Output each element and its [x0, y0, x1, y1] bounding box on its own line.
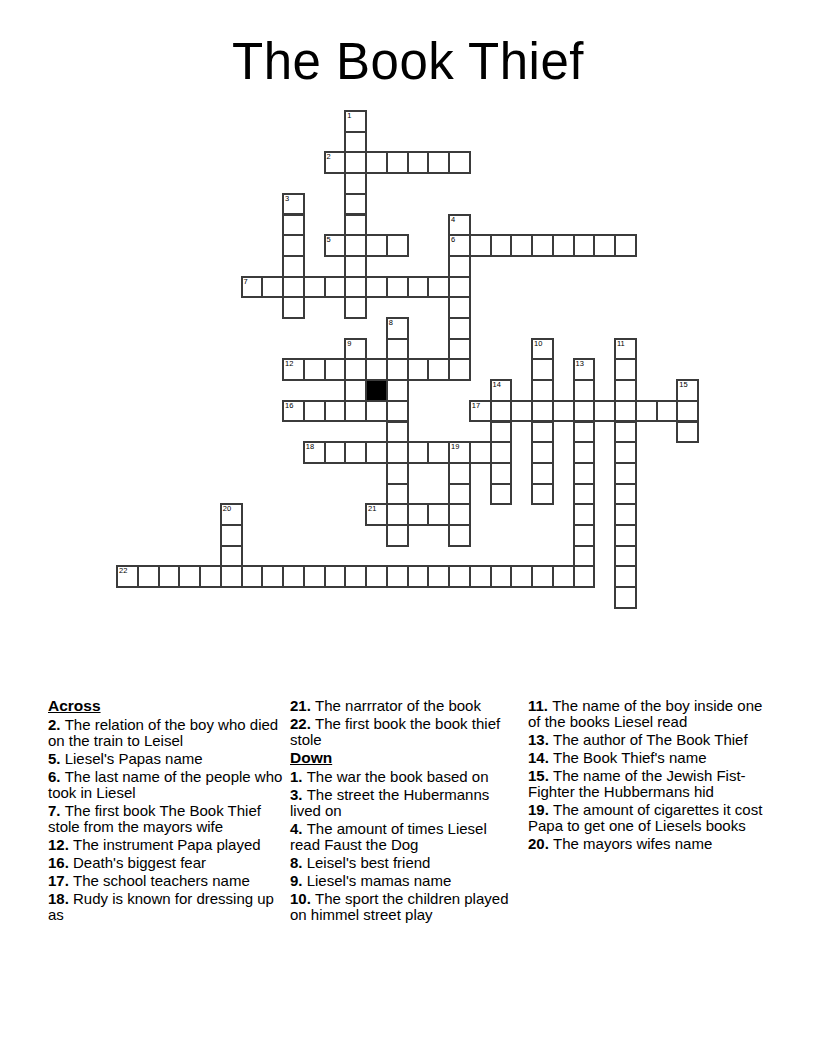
clue-number-13: 13: [576, 359, 584, 368]
grid-cell[interactable]: [531, 483, 554, 506]
clue-number-16: 16: [285, 401, 293, 410]
grid-cell[interactable]: [303, 565, 326, 588]
grid-cell[interactable]: 10: [531, 338, 554, 361]
grid-cell[interactable]: [407, 503, 430, 526]
clue-number-10: 10: [534, 339, 542, 348]
grid-cell[interactable]: [531, 358, 554, 381]
grid-cell[interactable]: [676, 421, 699, 444]
clue-number-label: 12.: [48, 836, 73, 853]
grid-cell[interactable]: [510, 565, 533, 588]
clue-number-1: 1: [347, 111, 351, 120]
grid-cell[interactable]: [469, 565, 492, 588]
clue-number-22: 22: [119, 566, 127, 575]
clue-down-9: 9. Liesel's mamas name: [290, 873, 518, 889]
grid-cell[interactable]: [573, 524, 596, 547]
grid-cell[interactable]: 6: [448, 234, 471, 257]
grid-cell[interactable]: [448, 565, 471, 588]
grid-cell[interactable]: [282, 276, 305, 299]
grid-cell[interactable]: [427, 565, 450, 588]
grid-cell[interactable]: [386, 276, 409, 299]
grid-cell[interactable]: 20: [220, 503, 243, 526]
clue-across-2: 2. The relation of the boy who died on t…: [48, 717, 286, 749]
grid-cell[interactable]: [178, 565, 201, 588]
grid-cell[interactable]: [469, 234, 492, 257]
grid-cell[interactable]: [448, 296, 471, 319]
grid-cell[interactable]: [448, 524, 471, 547]
clue-number-label: 13.: [528, 731, 553, 748]
grid-cell[interactable]: [573, 400, 596, 423]
clues-column-3: 11. The name of the boy inside one of th…: [528, 698, 770, 854]
grid-cell[interactable]: [614, 524, 637, 547]
grid-cell[interactable]: [324, 276, 347, 299]
grid-cell[interactable]: [261, 565, 284, 588]
clue-down-19: 19. The amount of cigarettes it cost Pap…: [528, 802, 770, 834]
clue-across-21: 21. The narrrator of the book: [290, 698, 518, 714]
grid-cell[interactable]: [614, 586, 637, 609]
clue-number-18: 18: [306, 442, 314, 451]
clue-number-2: 2: [327, 152, 331, 161]
grid-cell[interactable]: [552, 234, 575, 257]
clue-number-label: 22.: [290, 715, 315, 732]
grid-cell[interactable]: [448, 317, 471, 340]
clue-number-label: 1.: [290, 768, 307, 785]
grid-cell[interactable]: [593, 234, 616, 257]
grid-cell[interactable]: [469, 441, 492, 464]
clue-down-1: 1. The war the book based on: [290, 769, 518, 785]
clue-across-16: 16. Death's biggest fear: [48, 855, 286, 871]
grid-cell[interactable]: [365, 234, 388, 257]
grid-cell[interactable]: 5: [324, 234, 347, 257]
grid-cell[interactable]: [365, 276, 388, 299]
grid-cell[interactable]: [365, 565, 388, 588]
grid-cell[interactable]: 1: [344, 110, 367, 133]
grid-cell[interactable]: [614, 400, 637, 423]
grid-cell[interactable]: [448, 503, 471, 526]
clue-down-3: 3. The street the Hubermanns lived on: [290, 787, 518, 819]
grid-cell[interactable]: [552, 400, 575, 423]
grid-cell[interactable]: [614, 545, 637, 568]
grid-cell[interactable]: [386, 421, 409, 444]
grid-cell[interactable]: [282, 255, 305, 278]
grid-cell[interactable]: [490, 483, 513, 506]
clue-number-label: 11.: [528, 697, 552, 714]
grid-cell[interactable]: 21: [365, 503, 388, 526]
grid-cell[interactable]: [344, 276, 367, 299]
grid-cell[interactable]: [365, 151, 388, 174]
grid-cell[interactable]: 9: [344, 338, 367, 361]
clue-across-7: 7. The first book The Book Thief stole f…: [48, 803, 286, 835]
grid-cell[interactable]: [490, 441, 513, 464]
grid-cell[interactable]: [427, 441, 450, 464]
grid-cell[interactable]: [635, 400, 658, 423]
grid-cell[interactable]: [386, 503, 409, 526]
black-cell: [365, 379, 388, 402]
grid-cell[interactable]: [448, 255, 471, 278]
clue-across-12: 12. The instrument Papa played: [48, 837, 286, 853]
grid-cell[interactable]: [448, 483, 471, 506]
clue-number-17: 17: [472, 401, 480, 410]
grid-cell[interactable]: [344, 400, 367, 423]
clue-down-15: 15. The name of the Jewish Fist-Fighter …: [528, 768, 770, 800]
grid-cell[interactable]: [614, 358, 637, 381]
grid-cell[interactable]: [656, 400, 679, 423]
grid-cell[interactable]: [490, 400, 513, 423]
clue-number-label: 19.: [528, 801, 553, 818]
clue-number-label: 10.: [290, 890, 315, 907]
grid-cell[interactable]: [614, 483, 637, 506]
clue-down-8: 8. Leisel's best friend: [290, 855, 518, 871]
grid-cell[interactable]: [614, 503, 637, 526]
clue-number-label: 14.: [528, 749, 553, 766]
grid-cell[interactable]: [344, 441, 367, 464]
clue-number-20: 20: [223, 504, 231, 513]
grid-cell[interactable]: [552, 565, 575, 588]
grid-cell[interactable]: 16: [282, 400, 305, 423]
grid-cell[interactable]: [407, 151, 430, 174]
grid-cell[interactable]: [614, 462, 637, 485]
grid-cell[interactable]: [324, 400, 347, 423]
clue-number-6: 6: [451, 235, 455, 244]
grid-cell[interactable]: [365, 400, 388, 423]
grid-cell[interactable]: [386, 338, 409, 361]
grid-cell[interactable]: 2: [324, 151, 347, 174]
across-header: Across: [48, 698, 286, 714]
grid-cell[interactable]: [407, 358, 430, 381]
grid-cell[interactable]: [324, 565, 347, 588]
grid-cell[interactable]: [573, 483, 596, 506]
page-title: The Book Thief: [0, 34, 816, 90]
grid-cell[interactable]: [344, 358, 367, 381]
clue-across-18: 18. Rudy is known for dressing up as: [48, 891, 286, 923]
clue-number-15: 15: [679, 380, 687, 389]
clue-number-label: 6.: [48, 768, 65, 785]
grid-cell[interactable]: [303, 358, 326, 381]
grid-cell[interactable]: [282, 234, 305, 257]
grid-cell[interactable]: [344, 151, 367, 174]
grid-cell[interactable]: [614, 441, 637, 464]
clue-number-7: 7: [244, 277, 248, 286]
grid-cell[interactable]: [344, 255, 367, 278]
grid-cell[interactable]: [220, 524, 243, 547]
grid-cell[interactable]: 3: [282, 193, 305, 216]
grid-cell[interactable]: [573, 421, 596, 444]
grid-cell[interactable]: [531, 441, 554, 464]
grid-cell[interactable]: 15: [676, 379, 699, 402]
grid-cell[interactable]: [344, 565, 367, 588]
grid-cell[interactable]: [365, 441, 388, 464]
grid-cell[interactable]: 14: [490, 379, 513, 402]
clue-number-label: 15.: [528, 767, 553, 784]
grid-cell[interactable]: [448, 276, 471, 299]
clue-number-21: 21: [368, 504, 376, 513]
grid-cell[interactable]: [386, 234, 409, 257]
grid-cell[interactable]: [676, 400, 699, 423]
grid-cell[interactable]: [282, 565, 305, 588]
grid-cell[interactable]: 7: [241, 276, 264, 299]
grid-cell[interactable]: [614, 565, 637, 588]
grid-cell[interactable]: [137, 565, 160, 588]
clue-down-20: 20. The mayors wifes name: [528, 836, 770, 852]
grid-cell[interactable]: [448, 462, 471, 485]
clue-number-label: 3.: [290, 786, 307, 803]
grid-cell[interactable]: [531, 234, 554, 257]
clue-down-13: 13. The author of The Book Thief: [528, 732, 770, 748]
clue-number-9: 9: [347, 339, 351, 348]
grid-cell[interactable]: [614, 234, 637, 257]
grid-cell[interactable]: [324, 441, 347, 464]
grid-cell[interactable]: [490, 462, 513, 485]
clue-number-12: 12: [285, 359, 293, 368]
grid-cell[interactable]: [365, 358, 388, 381]
clue-number-label: 16.: [48, 854, 73, 871]
clue-number-label: 7.: [48, 802, 65, 819]
clue-number-label: 4.: [290, 820, 307, 837]
clue-across-17: 17. The school teachers name: [48, 873, 286, 889]
clue-number-11: 11: [617, 339, 625, 348]
clue-number-8: 8: [389, 318, 393, 327]
grid-cell[interactable]: [510, 400, 533, 423]
clue-number-label: 8.: [290, 854, 307, 871]
grid-cell[interactable]: [573, 565, 596, 588]
clue-down-11: 11. The name of the boy inside one of th…: [528, 698, 770, 730]
grid-cell[interactable]: [573, 234, 596, 257]
clue-number-4: 4: [451, 215, 455, 224]
clue-number-3: 3: [285, 194, 289, 203]
grid-cell[interactable]: [386, 483, 409, 506]
grid-cell[interactable]: [344, 296, 367, 319]
clue-number-label: 17.: [48, 872, 73, 889]
grid-cell[interactable]: [220, 545, 243, 568]
clue-down-14: 14. The Book Thief's name: [528, 750, 770, 766]
clue-number-label: 2.: [48, 716, 65, 733]
grid-cell[interactable]: [407, 441, 430, 464]
grid-cell[interactable]: [573, 441, 596, 464]
grid-cell[interactable]: [386, 151, 409, 174]
clues-column-1: Across2. The relation of the boy who die…: [48, 698, 286, 925]
grid-cell[interactable]: [573, 379, 596, 402]
grid-cell[interactable]: [531, 462, 554, 485]
grid-cell[interactable]: [344, 131, 367, 154]
grid-cell[interactable]: 17: [469, 400, 492, 423]
clues-column-2: 21. The narrrator of the book22. The fir…: [290, 698, 518, 925]
grid-cell[interactable]: [427, 358, 450, 381]
grid-cell[interactable]: [448, 151, 471, 174]
grid-cell[interactable]: [344, 214, 367, 237]
grid-cell[interactable]: [614, 379, 637, 402]
grid-cell[interactable]: 11: [614, 338, 637, 361]
grid-cell[interactable]: 19: [448, 441, 471, 464]
grid-cell[interactable]: [614, 421, 637, 444]
grid-cell[interactable]: [344, 234, 367, 257]
clue-number-label: 20.: [528, 835, 553, 852]
down-header: Down: [290, 750, 518, 766]
grid-cell[interactable]: [531, 400, 554, 423]
grid-cell[interactable]: [510, 234, 533, 257]
grid-cell[interactable]: [386, 565, 409, 588]
grid-cell[interactable]: 12: [282, 358, 305, 381]
grid-cell[interactable]: [386, 462, 409, 485]
grid-cell[interactable]: [386, 441, 409, 464]
clue-number-5: 5: [327, 235, 331, 244]
grid-cell[interactable]: 13: [573, 358, 596, 381]
grid-cell[interactable]: 4: [448, 214, 471, 237]
grid-cell[interactable]: [490, 565, 513, 588]
grid-cell[interactable]: [261, 276, 284, 299]
grid-cell[interactable]: [427, 276, 450, 299]
grid-cell[interactable]: [303, 400, 326, 423]
grid-cell[interactable]: [344, 172, 367, 195]
grid-cell[interactable]: [344, 193, 367, 216]
grid-cell[interactable]: 8: [386, 317, 409, 340]
clue-across-6: 6. The last name of the people who took …: [48, 769, 286, 801]
grid-cell[interactable]: [324, 358, 347, 381]
clue-number-label: 9.: [290, 872, 307, 889]
clue-number-label: 21.: [290, 697, 315, 714]
grid-cell[interactable]: [573, 503, 596, 526]
clue-number-14: 14: [493, 380, 501, 389]
grid-cell[interactable]: [344, 379, 367, 402]
grid-cell[interactable]: [531, 379, 554, 402]
grid-cell[interactable]: [386, 400, 409, 423]
clue-down-10: 10. The sport the children played on him…: [290, 891, 518, 923]
grid-cell[interactable]: [427, 503, 450, 526]
grid-cell[interactable]: [386, 524, 409, 547]
grid-cell[interactable]: [427, 151, 450, 174]
grid-cell[interactable]: [407, 276, 430, 299]
grid-cell[interactable]: [490, 234, 513, 257]
grid-cell[interactable]: [199, 565, 222, 588]
grid-cell[interactable]: [241, 565, 264, 588]
clue-number-label: 18.: [48, 890, 73, 907]
grid-cell[interactable]: 18: [303, 441, 326, 464]
grid-cell[interactable]: [386, 379, 409, 402]
grid-cell[interactable]: [573, 462, 596, 485]
grid-cell[interactable]: 22: [116, 565, 139, 588]
grid-cell[interactable]: [531, 421, 554, 444]
grid-cell[interactable]: [448, 338, 471, 361]
grid-cell[interactable]: [282, 296, 305, 319]
grid-cell[interactable]: [573, 545, 596, 568]
grid-cell[interactable]: [386, 358, 409, 381]
grid-cell[interactable]: [448, 358, 471, 381]
grid-cell[interactable]: [490, 421, 513, 444]
grid-cell[interactable]: [593, 400, 616, 423]
grid-cell[interactable]: [407, 565, 430, 588]
grid-cell[interactable]: [220, 565, 243, 588]
clue-number-label: 5.: [48, 750, 65, 767]
grid-cell[interactable]: [158, 565, 181, 588]
clue-number-19: 19: [451, 442, 459, 451]
grid-cell[interactable]: [531, 565, 554, 588]
crossword-grid: 12345678910111213141516171819202122: [117, 111, 699, 609]
clue-across-22: 22. The first book the book thief stole: [290, 716, 518, 748]
grid-cell[interactable]: [282, 214, 305, 237]
clue-down-4: 4. The amount of times Liesel read Faust…: [290, 821, 518, 853]
clue-across-5: 5. Liesel's Papas name: [48, 751, 286, 767]
grid-cell[interactable]: [303, 276, 326, 299]
